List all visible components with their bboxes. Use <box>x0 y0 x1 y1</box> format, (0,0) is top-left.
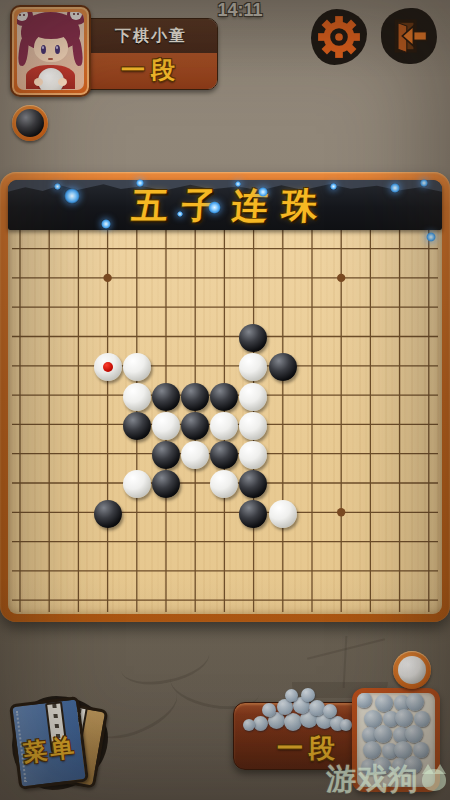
stone-black: ● <box>152 441 180 469</box>
avatar-illustration <box>17 12 84 90</box>
game-screen: 下棋小童 一段 14:11 <box>0 0 450 800</box>
black-stone-indicator <box>16 109 44 137</box>
dog-icon <box>422 769 446 791</box>
stone-white: ○ <box>123 470 151 498</box>
menu-button[interactable]: 菜单 <box>6 694 112 794</box>
stone-black: ● <box>210 383 238 411</box>
game-title: 五子连珠 <box>0 180 450 230</box>
last-move-marker <box>103 362 113 372</box>
player-top-avatar[interactable] <box>10 5 91 97</box>
stone-black: ● <box>210 441 238 469</box>
stone-white: ○ <box>239 441 267 469</box>
gear-icon <box>317 15 361 59</box>
tray-stone <box>374 725 392 743</box>
black-turn-stone <box>12 105 48 141</box>
stone-white: ○ <box>239 383 267 411</box>
stone-white: ○ <box>123 383 151 411</box>
stone-white: ○ <box>123 353 151 381</box>
stone-white: ○ <box>181 441 209 469</box>
tray-stone <box>375 694 393 712</box>
stone-black: ● <box>152 470 180 498</box>
stone-black: ● <box>181 383 209 411</box>
white-stone-indicator <box>398 656 426 684</box>
player-top-name: 下棋小童 <box>85 19 217 53</box>
stone-black: ● <box>181 412 209 440</box>
stone-black: ● <box>239 470 267 498</box>
stone-black: ● <box>94 500 122 528</box>
player-top-rank: 一段 <box>121 56 181 83</box>
game-clock: 14:11 <box>180 0 300 21</box>
stone-black: ● <box>239 324 267 352</box>
tray-stone <box>395 709 413 727</box>
stone-black: ● <box>152 383 180 411</box>
stone-white: ○ <box>210 470 238 498</box>
tray-stone <box>356 692 372 708</box>
stone-white: ○ <box>269 500 297 528</box>
tray-stone <box>363 741 381 759</box>
gomoku-board[interactable]: ●○○○●○●●●○●○●○○●○●○○●○●●●○ <box>0 172 450 622</box>
stone-white: ○ <box>210 412 238 440</box>
settings-button[interactable] <box>310 8 368 66</box>
exit-button[interactable] <box>380 7 438 65</box>
white-turn-stone <box>393 651 431 689</box>
tray-stone <box>406 693 424 711</box>
stone-white: ○ <box>239 412 267 440</box>
watermark: 游戏狗 <box>326 759 446 800</box>
player-top-plate: 下棋小童 一段 <box>84 18 218 90</box>
watermark-text: 游戏狗 <box>326 759 419 800</box>
background-ship-art <box>343 636 348 688</box>
stone-black: ● <box>123 412 151 440</box>
stone-black: ● <box>269 353 297 381</box>
stone-black: ● <box>239 500 267 528</box>
stone-white: ○ <box>94 353 122 381</box>
stones-layer: ●○○○●○●●●○●○●○○●○●○○●○●●●○ <box>5 175 443 614</box>
stone-white: ○ <box>152 412 180 440</box>
tray-stone <box>405 725 423 743</box>
exit-door-icon <box>387 14 431 58</box>
stone-white: ○ <box>239 353 267 381</box>
